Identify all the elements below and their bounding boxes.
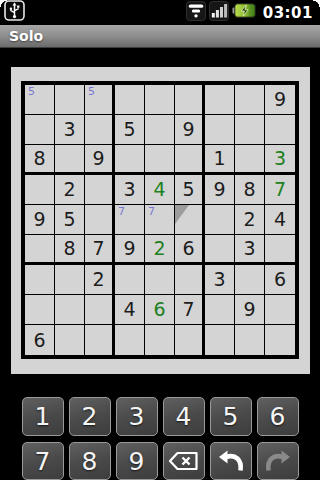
cell-r7c4[interactable]: 6 — [145, 295, 175, 325]
cell-r0c2[interactable]: 5 — [85, 85, 115, 115]
cell-r0c4[interactable] — [145, 85, 175, 115]
cell-r6c0[interactable] — [25, 265, 55, 295]
screen-corner — [0, 0, 7, 7]
cell-r4c3[interactable]: 7 — [115, 205, 145, 235]
cell-r5c1[interactable]: 8 — [55, 235, 85, 265]
key-2[interactable]: 2 — [69, 397, 111, 436]
cell-r7c5[interactable]: 7 — [175, 295, 205, 325]
backspace-button[interactable] — [163, 442, 205, 480]
cell-r3c0[interactable] — [25, 175, 55, 205]
cell-r0c6[interactable] — [205, 85, 235, 115]
cell-r2c1[interactable] — [55, 145, 85, 175]
cell-r1c0[interactable] — [25, 115, 55, 145]
board-area: 5593598913234598795772487926323646796 — [0, 48, 320, 392]
undo-button[interactable] — [210, 442, 252, 480]
entered-digit: 7 — [274, 180, 286, 199]
app-screen: 03:01 Solo 55935989132345987957724879263… — [0, 0, 320, 480]
cell-r1c8[interactable] — [265, 115, 295, 145]
pencil-mark: 5 — [28, 86, 35, 97]
given-digit: 5 — [63, 210, 75, 229]
given-digit: 1 — [213, 149, 225, 168]
given-digit: 9 — [92, 149, 104, 168]
cell-r2c5[interactable] — [175, 145, 205, 175]
key-8[interactable]: 8 — [69, 442, 111, 480]
cell-r1c6[interactable] — [205, 115, 235, 145]
cell-r3c6[interactable]: 9 — [205, 175, 235, 205]
key-7[interactable]: 7 — [22, 442, 64, 480]
cell-r6c8[interactable]: 6 — [265, 265, 295, 295]
given-digit: 8 — [33, 149, 45, 168]
given-digit: 9 — [182, 120, 194, 139]
cell-r1c4[interactable] — [145, 115, 175, 145]
cell-r7c1[interactable] — [55, 295, 85, 325]
given-digit: 3 — [123, 180, 135, 199]
keypad: 123456 789 — [0, 392, 320, 480]
cell-r4c0[interactable]: 9 — [25, 205, 55, 235]
key-9[interactable]: 9 — [116, 442, 158, 480]
given-digit: 9 — [33, 210, 45, 229]
given-digit: 5 — [123, 120, 135, 139]
cell-r6c5[interactable] — [175, 265, 205, 295]
given-digit: 9 — [123, 239, 135, 258]
cell-r8c5[interactable] — [175, 325, 205, 355]
keypad-row-1: 123456 — [22, 397, 299, 436]
title-bar: Solo — [0, 25, 320, 48]
entered-digit: 3 — [274, 149, 286, 168]
backspace-icon — [168, 451, 199, 471]
given-digit: 4 — [123, 300, 135, 319]
cell-r1c5[interactable]: 9 — [175, 115, 205, 145]
given-digit: 6 — [182, 239, 194, 258]
pencil-mark: 5 — [88, 86, 95, 97]
cell-r1c1[interactable]: 3 — [55, 115, 85, 145]
cell-r3c1[interactable]: 2 — [55, 175, 85, 205]
cell-r2c3[interactable] — [115, 145, 145, 175]
given-digit: 6 — [274, 270, 286, 289]
cell-r2c2[interactable]: 9 — [85, 145, 115, 175]
key-6[interactable]: 6 — [257, 397, 299, 436]
cell-r6c4[interactable] — [145, 265, 175, 295]
given-digit: 9 — [274, 90, 286, 109]
given-digit: 9 — [243, 300, 255, 319]
cell-r5c3[interactable]: 9 — [115, 235, 145, 265]
given-digit: 8 — [63, 239, 75, 258]
cell-r7c0[interactable] — [25, 295, 55, 325]
board-panel: 5593598913234598795772487926323646796 — [11, 67, 310, 374]
cell-r4c1[interactable]: 5 — [55, 205, 85, 235]
cell-r6c3[interactable] — [115, 265, 145, 295]
cell-r8c6[interactable] — [205, 325, 235, 355]
cell-r8c0[interactable]: 6 — [25, 325, 55, 355]
given-digit: 2 — [243, 210, 255, 229]
cell-r6c1[interactable] — [55, 265, 85, 295]
cell-r2c0[interactable]: 8 — [25, 145, 55, 175]
given-digit: 8 — [243, 180, 255, 199]
cell-r2c8[interactable]: 3 — [265, 145, 295, 175]
cell-r8c4[interactable] — [145, 325, 175, 355]
cell-r1c3[interactable]: 5 — [115, 115, 145, 145]
clock: 03:01 — [263, 4, 313, 22]
cell-r2c7[interactable] — [235, 145, 265, 175]
key-5[interactable]: 5 — [210, 397, 252, 436]
cell-r8c2[interactable] — [85, 325, 115, 355]
cell-r3c2[interactable] — [85, 175, 115, 205]
sudoku-grid: 5593598913234598795772487926323646796 — [21, 81, 299, 359]
cell-r7c6[interactable] — [205, 295, 235, 325]
cell-r4c5[interactable] — [175, 205, 205, 235]
cell-r5c2[interactable]: 7 — [85, 235, 115, 265]
redo-button[interactable] — [257, 442, 299, 480]
cell-r1c7[interactable] — [235, 115, 265, 145]
given-digit: 7 — [92, 239, 104, 258]
cell-r0c7[interactable] — [235, 85, 265, 115]
cell-r2c4[interactable] — [145, 145, 175, 175]
cell-r0c8[interactable]: 9 — [265, 85, 295, 115]
cell-r8c3[interactable] — [115, 325, 145, 355]
cell-r3c7[interactable]: 8 — [235, 175, 265, 205]
cell-r0c0[interactable]: 5 — [25, 85, 55, 115]
given-digit: 5 — [182, 180, 194, 199]
cell-r1c2[interactable] — [85, 115, 115, 145]
cell-r5c5[interactable]: 6 — [175, 235, 205, 265]
cell-r5c0[interactable] — [25, 235, 55, 265]
given-digit: 6 — [33, 331, 45, 350]
cell-r0c3[interactable] — [115, 85, 145, 115]
given-digit: 3 — [213, 270, 225, 289]
cell-r5c7[interactable]: 3 — [235, 235, 265, 265]
entered-digit: 2 — [153, 239, 165, 258]
signal-strength-icon — [209, 1, 229, 25]
cell-r7c7[interactable]: 9 — [235, 295, 265, 325]
undo-icon — [217, 448, 245, 474]
cell-r6c2[interactable]: 2 — [85, 265, 115, 295]
given-digit: 7 — [182, 300, 194, 319]
cell-r4c2[interactable] — [85, 205, 115, 235]
page-title: Solo — [9, 28, 43, 44]
cell-r6c6[interactable]: 3 — [205, 265, 235, 295]
cell-r7c2[interactable] — [85, 295, 115, 325]
given-digit: 4 — [274, 210, 286, 229]
cell-r5c8[interactable] — [265, 235, 295, 265]
redo-icon — [264, 448, 292, 474]
cell-r7c8[interactable] — [265, 295, 295, 325]
cell-r6c7[interactable] — [235, 265, 265, 295]
pencil-mark: 7 — [118, 206, 125, 217]
cell-r8c7[interactable] — [235, 325, 265, 355]
cell-r7c3[interactable]: 4 — [115, 295, 145, 325]
cell-r8c1[interactable] — [55, 325, 85, 355]
status-bar: 03:01 — [0, 0, 320, 25]
given-digit: 2 — [92, 270, 104, 289]
pencil-mark: 7 — [148, 206, 155, 217]
cell-r4c8[interactable]: 4 — [265, 205, 295, 235]
cell-r8c8[interactable] — [265, 325, 295, 355]
key-1[interactable]: 1 — [22, 397, 64, 436]
cell-r5c4[interactable]: 2 — [145, 235, 175, 265]
cell-r3c8[interactable]: 7 — [265, 175, 295, 205]
given-digit: 3 — [63, 120, 75, 139]
cursor-marker — [175, 205, 189, 224]
wifi-icon — [186, 1, 206, 25]
given-digit: 2 — [63, 180, 75, 199]
entered-digit: 4 — [153, 180, 165, 199]
cell-r5c6[interactable] — [205, 235, 235, 265]
key-4[interactable]: 4 — [163, 397, 205, 436]
cell-r4c4[interactable]: 7 — [145, 205, 175, 235]
cell-r4c6[interactable] — [205, 205, 235, 235]
battery-charging-icon — [232, 3, 256, 22]
cell-r3c4[interactable]: 4 — [145, 175, 175, 205]
cell-r4c7[interactable]: 2 — [235, 205, 265, 235]
cell-r0c1[interactable] — [55, 85, 85, 115]
given-digit: 9 — [213, 180, 225, 199]
screen-corner — [313, 0, 320, 7]
cell-r0c5[interactable] — [175, 85, 205, 115]
key-3[interactable]: 3 — [116, 397, 158, 436]
cell-r2c6[interactable]: 1 — [205, 145, 235, 175]
given-digit: 3 — [243, 239, 255, 258]
entered-digit: 6 — [153, 300, 165, 319]
cell-r3c5[interactable]: 5 — [175, 175, 205, 205]
keypad-row-2: 789 — [22, 442, 299, 480]
usb-icon — [4, 0, 25, 25]
cell-r3c3[interactable]: 3 — [115, 175, 145, 205]
